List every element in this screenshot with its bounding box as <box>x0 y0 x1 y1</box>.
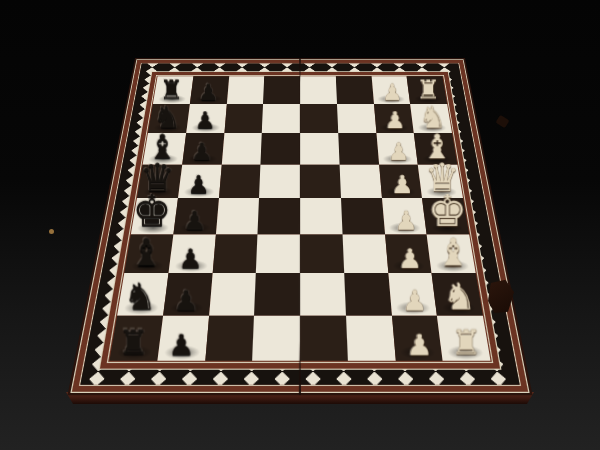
board-square[interactable]: ♜ <box>109 315 162 361</box>
board-square[interactable] <box>300 273 346 315</box>
board-square[interactable] <box>300 164 341 198</box>
board-square[interactable] <box>342 234 388 273</box>
board-square[interactable]: ♝ <box>124 234 173 273</box>
board-square[interactable]: ♟ <box>376 133 418 164</box>
black-king[interactable]: ♚ <box>131 190 173 234</box>
board-square[interactable] <box>346 315 396 361</box>
board-square[interactable] <box>300 315 348 361</box>
board-square[interactable] <box>252 315 300 361</box>
board-square[interactable] <box>300 76 337 103</box>
board-square[interactable]: ♟ <box>371 76 410 103</box>
board-square[interactable] <box>337 104 376 133</box>
photo-background: ♜♟♟♜♞♟♟♞♝♟♟♝♛♟♟♛♚♟♟♚♝♟♟♝♞♟♟♞♜♟♟♜ <box>0 0 600 450</box>
board-square[interactable]: ♟ <box>374 104 414 133</box>
board-square[interactable] <box>336 76 374 103</box>
corner-clasp <box>495 115 509 128</box>
black-knight[interactable]: ♞ <box>117 277 163 314</box>
white-bishop[interactable]: ♝ <box>432 234 476 272</box>
board-square[interactable] <box>300 133 339 164</box>
board-square[interactable]: ♝ <box>427 234 476 273</box>
board-square[interactable] <box>344 273 391 315</box>
black-rook[interactable]: ♜ <box>110 326 158 360</box>
board-square[interactable]: ♜ <box>437 315 490 361</box>
white-pawn[interactable]: ♟ <box>395 330 443 359</box>
board-square[interactable]: ♞ <box>117 273 168 315</box>
board-square[interactable] <box>300 198 342 234</box>
board-square[interactable] <box>221 133 262 164</box>
board-square[interactable]: ♟ <box>186 104 226 133</box>
board-square[interactable]: ♞ <box>432 273 483 315</box>
board-square[interactable] <box>263 76 300 103</box>
board-square[interactable] <box>226 76 264 103</box>
board-square[interactable] <box>205 315 255 361</box>
white-pawn[interactable]: ♟ <box>384 207 426 233</box>
board-square[interactable]: ♟ <box>173 198 218 234</box>
white-pawn[interactable]: ♟ <box>381 172 422 197</box>
black-pawn[interactable]: ♟ <box>186 109 224 132</box>
black-pawn[interactable]: ♟ <box>190 81 227 104</box>
board-square[interactable] <box>258 198 300 234</box>
board-square[interactable] <box>215 198 259 234</box>
black-pawn[interactable]: ♟ <box>182 140 221 164</box>
board-square[interactable]: ♟ <box>157 315 208 361</box>
board-square[interactable]: ♟ <box>178 164 222 198</box>
black-pawn[interactable]: ♟ <box>163 286 209 314</box>
board-square[interactable] <box>256 234 300 273</box>
black-pawn[interactable]: ♟ <box>157 330 205 359</box>
board-square[interactable] <box>339 164 381 198</box>
black-pawn[interactable]: ♟ <box>168 245 212 272</box>
board-square[interactable] <box>341 198 385 234</box>
white-king[interactable]: ♚ <box>427 190 469 234</box>
board-square[interactable] <box>219 164 261 198</box>
board-square[interactable]: ♟ <box>379 164 423 198</box>
board-square[interactable]: ♟ <box>182 133 224 164</box>
board-square[interactable] <box>261 133 300 164</box>
white-pawn[interactable]: ♟ <box>379 140 418 164</box>
white-pawn[interactable]: ♟ <box>373 81 410 104</box>
board-square[interactable] <box>338 133 379 164</box>
board-square[interactable] <box>254 273 300 315</box>
chess-board: ♜♟♟♜♞♟♟♞♝♟♟♝♛♟♟♛♚♟♟♚♝♟♟♝♞♟♟♞♜♟♟♜ <box>67 58 532 395</box>
board-square[interactable]: ♟ <box>388 273 437 315</box>
black-pawn[interactable]: ♟ <box>178 172 219 197</box>
board-square[interactable] <box>300 234 344 273</box>
black-bishop[interactable]: ♝ <box>124 234 168 272</box>
board-square[interactable] <box>262 104 300 133</box>
board-square[interactable]: ♚ <box>422 198 469 234</box>
white-rook[interactable]: ♜ <box>443 326 491 360</box>
board-square[interactable] <box>224 104 263 133</box>
board-square[interactable]: ♟ <box>163 273 212 315</box>
board-square[interactable] <box>209 273 256 315</box>
white-pawn[interactable]: ♟ <box>376 109 414 132</box>
board-square[interactable] <box>212 234 258 273</box>
brass-pin <box>49 229 54 234</box>
board-square[interactable]: ♟ <box>190 76 229 103</box>
white-pawn[interactable]: ♟ <box>391 286 437 314</box>
board-square[interactable] <box>259 164 300 198</box>
white-pawn[interactable]: ♟ <box>388 245 432 272</box>
board-square[interactable]: ♟ <box>382 198 427 234</box>
black-pawn[interactable]: ♟ <box>173 207 215 233</box>
board-square[interactable]: ♟ <box>168 234 215 273</box>
white-knight[interactable]: ♞ <box>437 277 483 314</box>
board-square[interactable]: ♟ <box>385 234 432 273</box>
board-square[interactable]: ♚ <box>131 198 178 234</box>
board-square[interactable] <box>300 104 338 133</box>
board-square[interactable]: ♟ <box>391 315 442 361</box>
